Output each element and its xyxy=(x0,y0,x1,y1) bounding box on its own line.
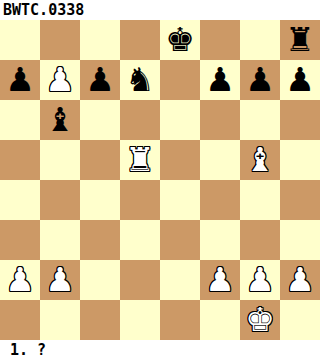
square-d5[interactable]: ♜ xyxy=(120,140,160,180)
square-f8[interactable] xyxy=(200,20,240,60)
square-e2[interactable] xyxy=(160,260,200,300)
square-d6[interactable] xyxy=(120,100,160,140)
square-f2[interactable]: ♟ xyxy=(200,260,240,300)
square-d1[interactable] xyxy=(120,300,160,340)
square-g2[interactable]: ♟ xyxy=(240,260,280,300)
square-a4[interactable] xyxy=(0,180,40,220)
square-b5[interactable] xyxy=(40,140,80,180)
square-f4[interactable] xyxy=(200,180,240,220)
square-c6[interactable] xyxy=(80,100,120,140)
square-h4[interactable] xyxy=(280,180,320,220)
square-c5[interactable] xyxy=(80,140,120,180)
square-d2[interactable] xyxy=(120,260,160,300)
piece-white-pawn[interactable]: ♟ xyxy=(285,260,315,300)
piece-black-pawn[interactable]: ♟ xyxy=(285,60,315,100)
square-e5[interactable] xyxy=(160,140,200,180)
piece-white-pawn[interactable]: ♟ xyxy=(45,60,75,100)
square-f7[interactable]: ♟ xyxy=(200,60,240,100)
square-g1[interactable]: ♚ xyxy=(240,300,280,340)
square-e1[interactable] xyxy=(160,300,200,340)
square-a1[interactable] xyxy=(0,300,40,340)
square-e8[interactable]: ♚ xyxy=(160,20,200,60)
square-g8[interactable] xyxy=(240,20,280,60)
square-f6[interactable] xyxy=(200,100,240,140)
piece-black-pawn[interactable]: ♟ xyxy=(245,60,275,100)
move-prompt: 1. ? xyxy=(0,340,320,360)
square-g3[interactable] xyxy=(240,220,280,260)
square-a8[interactable] xyxy=(0,20,40,60)
square-e4[interactable] xyxy=(160,180,200,220)
piece-black-king[interactable]: ♚ xyxy=(165,20,195,60)
square-a5[interactable] xyxy=(0,140,40,180)
puzzle-id: BWTC.0338 xyxy=(0,0,320,20)
square-h5[interactable] xyxy=(280,140,320,180)
square-f5[interactable] xyxy=(200,140,240,180)
piece-white-pawn[interactable]: ♟ xyxy=(245,260,275,300)
square-a3[interactable] xyxy=(0,220,40,260)
piece-black-bishop[interactable]: ♝ xyxy=(45,100,75,140)
square-h8[interactable]: ♜ xyxy=(280,20,320,60)
square-c8[interactable] xyxy=(80,20,120,60)
square-h3[interactable] xyxy=(280,220,320,260)
square-f3[interactable] xyxy=(200,220,240,260)
square-g6[interactable] xyxy=(240,100,280,140)
square-h7[interactable]: ♟ xyxy=(280,60,320,100)
square-b1[interactable] xyxy=(40,300,80,340)
square-b7[interactable]: ♟ xyxy=(40,60,80,100)
square-e7[interactable] xyxy=(160,60,200,100)
square-e3[interactable] xyxy=(160,220,200,260)
square-h2[interactable]: ♟ xyxy=(280,260,320,300)
square-c2[interactable] xyxy=(80,260,120,300)
piece-white-king[interactable]: ♚ xyxy=(245,300,275,340)
square-b4[interactable] xyxy=(40,180,80,220)
square-d7[interactable]: ♞ xyxy=(120,60,160,100)
square-g4[interactable] xyxy=(240,180,280,220)
square-a6[interactable] xyxy=(0,100,40,140)
piece-black-pawn[interactable]: ♟ xyxy=(85,60,115,100)
chess-board: ♚♜♟♟♟♞♟♟♟♝♜♝♟♟♟♟♟♚ xyxy=(0,20,320,340)
square-d4[interactable] xyxy=(120,180,160,220)
square-d8[interactable] xyxy=(120,20,160,60)
square-b2[interactable]: ♟ xyxy=(40,260,80,300)
square-a2[interactable]: ♟ xyxy=(0,260,40,300)
square-b6[interactable]: ♝ xyxy=(40,100,80,140)
piece-white-pawn[interactable]: ♟ xyxy=(45,260,75,300)
square-c4[interactable] xyxy=(80,180,120,220)
piece-black-pawn[interactable]: ♟ xyxy=(205,60,235,100)
piece-black-knight[interactable]: ♞ xyxy=(125,60,155,100)
square-c1[interactable] xyxy=(80,300,120,340)
square-e6[interactable] xyxy=(160,100,200,140)
square-g7[interactable]: ♟ xyxy=(240,60,280,100)
piece-black-rook[interactable]: ♜ xyxy=(285,20,315,60)
square-f1[interactable] xyxy=(200,300,240,340)
piece-white-pawn[interactable]: ♟ xyxy=(205,260,235,300)
piece-black-pawn[interactable]: ♟ xyxy=(5,60,35,100)
square-b3[interactable] xyxy=(40,220,80,260)
square-g5[interactable]: ♝ xyxy=(240,140,280,180)
square-c7[interactable]: ♟ xyxy=(80,60,120,100)
piece-white-bishop[interactable]: ♝ xyxy=(245,140,275,180)
chess-puzzle-window: BWTC.0338 ♚♜♟♟♟♞♟♟♟♝♜♝♟♟♟♟♟♚ 1. ? xyxy=(0,0,320,360)
square-c3[interactable] xyxy=(80,220,120,260)
square-h6[interactable] xyxy=(280,100,320,140)
square-a7[interactable]: ♟ xyxy=(0,60,40,100)
square-b8[interactable] xyxy=(40,20,80,60)
piece-white-rook[interactable]: ♜ xyxy=(125,140,155,180)
square-d3[interactable] xyxy=(120,220,160,260)
piece-white-pawn[interactable]: ♟ xyxy=(5,260,35,300)
square-h1[interactable] xyxy=(280,300,320,340)
